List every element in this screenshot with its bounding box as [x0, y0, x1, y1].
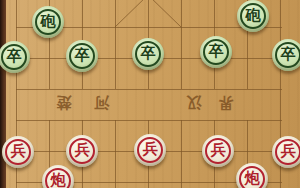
black-soldier-c7[interactable]: 卒: [66, 40, 98, 72]
xiangqi-board[interactable]: 楚 河 汉 界 砲砲卒卒卒卒卒兵兵兵兵兵炮炮: [0, 0, 300, 188]
red-cannon-h3[interactable]: 炮: [236, 163, 268, 188]
piece-ring: 砲: [240, 3, 266, 29]
red-soldier-i4[interactable]: 兵: [272, 136, 300, 168]
piece-ring: 兵: [137, 137, 163, 163]
piece-ring: 卒: [69, 43, 95, 69]
piece-glyph: 砲: [41, 14, 56, 29]
piece-glyph: 卒: [75, 48, 90, 63]
red-soldier-c4[interactable]: 兵: [66, 135, 98, 167]
black-cannon-h8[interactable]: 砲: [237, 0, 269, 32]
piece-glyph: 兵: [75, 143, 90, 158]
file-line: [181, 120, 182, 188]
river-text-han: 汉: [185, 94, 203, 112]
piece-ring: 卒: [275, 42, 300, 68]
river-text-chu: 楚: [55, 94, 73, 112]
rank-line: [16, 89, 282, 90]
file-line: [115, 0, 116, 89]
piece-glyph: 兵: [11, 144, 26, 159]
black-cannon-b8[interactable]: 砲: [32, 6, 64, 38]
piece-glyph: 兵: [281, 144, 296, 159]
file-line: [181, 0, 182, 89]
piece-ring: 卒: [1, 44, 27, 70]
piece-ring: 兵: [205, 138, 231, 164]
piece-glyph: 炮: [51, 173, 66, 188]
piece-glyph: 炮: [245, 171, 260, 186]
piece-ring: 砲: [35, 9, 61, 35]
red-soldier-e4[interactable]: 兵: [134, 134, 166, 166]
river-text-jie: 界: [217, 94, 235, 112]
red-soldier-g4[interactable]: 兵: [202, 135, 234, 167]
piece-ring: 炮: [239, 166, 265, 188]
black-soldier-g7[interactable]: 卒: [200, 36, 232, 68]
piece-ring: 兵: [5, 139, 31, 165]
piece-glyph: 卒: [209, 44, 224, 59]
piece-glyph: 卒: [141, 46, 156, 61]
black-soldier-e7[interactable]: 卒: [132, 38, 164, 70]
rank-line: [16, 120, 282, 121]
black-soldier-i7[interactable]: 卒: [272, 39, 300, 71]
piece-glyph: 砲: [246, 8, 261, 23]
piece-ring: 兵: [69, 138, 95, 164]
piece-glyph: 卒: [281, 47, 296, 62]
file-line: [115, 120, 116, 188]
red-soldier-a4[interactable]: 兵: [2, 136, 34, 168]
piece-ring: 兵: [275, 139, 300, 165]
piece-glyph: 兵: [211, 143, 226, 158]
piece-glyph: 卒: [7, 49, 22, 64]
piece-ring: 卒: [203, 39, 229, 65]
river-text-he: 河: [93, 94, 111, 112]
piece-ring: 炮: [45, 168, 71, 188]
piece-glyph: 兵: [143, 142, 158, 157]
piece-ring: 卒: [135, 41, 161, 67]
